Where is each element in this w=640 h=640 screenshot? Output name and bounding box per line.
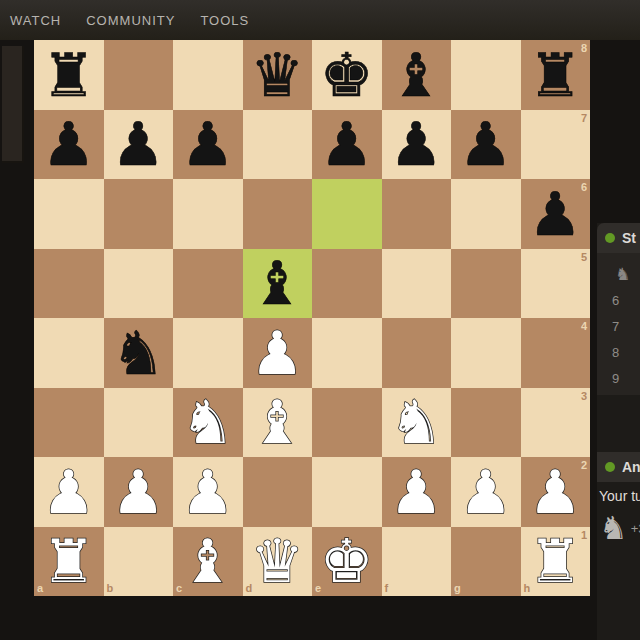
rank-label: 6	[581, 182, 587, 193]
file-label: f	[385, 583, 389, 594]
square-f7[interactable]: ♟	[382, 110, 452, 180]
square-d1[interactable]: ♛d	[243, 527, 313, 597]
square-d2[interactable]	[243, 457, 313, 527]
square-c5[interactable]	[173, 249, 243, 319]
square-g5[interactable]	[451, 249, 521, 319]
file-label: h	[524, 583, 531, 594]
square-d7[interactable]	[243, 110, 313, 180]
square-a6[interactable]	[34, 179, 104, 249]
square-f4[interactable]	[382, 318, 452, 388]
square-f2[interactable]: ♟	[382, 457, 452, 527]
captured-material: ♞ +3	[597, 512, 640, 544]
square-c4[interactable]	[173, 318, 243, 388]
square-c6[interactable]	[173, 179, 243, 249]
square-h5[interactable]: 5	[521, 249, 591, 319]
move-number: 7	[612, 319, 619, 334]
black-rook[interactable]: ♜	[521, 40, 591, 110]
square-f8[interactable]: ♝	[382, 40, 452, 110]
rank-label: 4	[581, 321, 587, 332]
rank-label: 3	[581, 391, 587, 402]
white-knight[interactable]: ♞	[382, 388, 452, 458]
square-h6[interactable]: ♟6	[521, 179, 591, 249]
white-rook[interactable]: ♜	[34, 527, 104, 597]
nav-item-tools[interactable]: TOOLS	[200, 13, 249, 28]
rank-label: 8	[581, 43, 587, 54]
square-c8[interactable]	[173, 40, 243, 110]
square-a1[interactable]: ♜a	[34, 527, 104, 597]
captured-knight-icon: ♞	[599, 512, 628, 544]
move-row[interactable]: 8	[612, 339, 640, 365]
square-c3[interactable]: ♞	[173, 388, 243, 458]
square-g1[interactable]: g	[451, 527, 521, 597]
square-h1[interactable]: ♜1h	[521, 527, 591, 597]
knight-figurine-icon: ♞	[615, 264, 630, 284]
square-e8[interactable]: ♚	[312, 40, 382, 110]
move-number: 8	[612, 345, 619, 360]
black-king[interactable]: ♚	[312, 40, 382, 110]
square-g8[interactable]	[451, 40, 521, 110]
black-pawn[interactable]: ♟	[104, 110, 174, 180]
square-e6[interactable]	[312, 179, 382, 249]
move-number: 6	[612, 293, 619, 308]
turn-text: Your turn	[599, 488, 640, 504]
left-panel-edge	[2, 46, 24, 163]
my-player-name: An	[622, 459, 640, 475]
rank-label: 7	[581, 113, 587, 124]
square-d3[interactable]: ♝	[243, 388, 313, 458]
square-e5[interactable]	[312, 249, 382, 319]
square-b2[interactable]: ♟	[104, 457, 174, 527]
opponent-player-bar[interactable]: St	[597, 223, 640, 253]
black-pawn[interactable]: ♟	[382, 110, 452, 180]
square-b1[interactable]: b	[104, 527, 174, 597]
square-h7[interactable]: 7	[521, 110, 591, 180]
square-h4[interactable]: 4	[521, 318, 591, 388]
black-pawn[interactable]: ♟	[521, 179, 591, 249]
square-a8[interactable]: ♜	[34, 40, 104, 110]
opponent-name: St	[622, 230, 636, 246]
square-e7[interactable]: ♟	[312, 110, 382, 180]
my-player-bar[interactable]: An	[597, 452, 640, 482]
white-rook[interactable]: ♜	[521, 527, 591, 597]
top-navbar: WATCH COMMUNITY TOOLS	[0, 0, 640, 40]
online-status-dot	[605, 233, 615, 243]
square-e2[interactable]	[312, 457, 382, 527]
square-h8[interactable]: ♜8	[521, 40, 591, 110]
white-pawn[interactable]: ♟	[34, 457, 104, 527]
black-knight[interactable]: ♞	[104, 318, 174, 388]
move-row[interactable]: 6	[612, 287, 640, 313]
white-pawn[interactable]: ♟	[243, 318, 313, 388]
move-row[interactable]: 9	[612, 365, 640, 391]
white-pawn[interactable]: ♟	[521, 457, 591, 527]
square-d6[interactable]	[243, 179, 313, 249]
white-knight[interactable]: ♞	[173, 388, 243, 458]
square-d5[interactable]: ♝	[243, 249, 313, 319]
chess-board[interactable]: ♜♛♚♝♜8♟♟♟♟♟♟7♟6♝5♞♟4♞♝♞3♟♟♟♟♟♟2♜ab♝c♛d♚e…	[34, 40, 590, 596]
rank-label: 1	[581, 530, 587, 541]
material-advantage: +3	[631, 521, 640, 536]
square-b5[interactable]	[104, 249, 174, 319]
square-a3[interactable]	[34, 388, 104, 458]
square-a2[interactable]: ♟	[34, 457, 104, 527]
square-c2[interactable]: ♟	[173, 457, 243, 527]
file-label: a	[37, 583, 43, 594]
move-row[interactable]: ♞	[612, 261, 640, 287]
square-g6[interactable]	[451, 179, 521, 249]
square-f6[interactable]	[382, 179, 452, 249]
white-bishop[interactable]: ♝	[173, 527, 243, 597]
white-king[interactable]: ♚	[312, 527, 382, 597]
file-label: e	[315, 583, 321, 594]
square-b4[interactable]: ♞	[104, 318, 174, 388]
move-number: 9	[612, 371, 619, 386]
white-pawn[interactable]: ♟	[104, 457, 174, 527]
square-a7[interactable]: ♟	[34, 110, 104, 180]
rank-label: 2	[581, 460, 587, 471]
black-pawn[interactable]: ♟	[34, 110, 104, 180]
square-e1[interactable]: ♚e	[312, 527, 382, 597]
square-h2[interactable]: ♟2	[521, 457, 591, 527]
file-label: d	[246, 583, 253, 594]
black-pawn[interactable]: ♟	[173, 110, 243, 180]
square-a5[interactable]	[34, 249, 104, 319]
square-g4[interactable]	[451, 318, 521, 388]
black-bishop[interactable]: ♝	[382, 40, 452, 110]
square-g7[interactable]: ♟	[451, 110, 521, 180]
file-label: b	[107, 583, 114, 594]
square-b8[interactable]	[104, 40, 174, 110]
square-e4[interactable]	[312, 318, 382, 388]
square-e3[interactable]	[312, 388, 382, 458]
square-c7[interactable]: ♟	[173, 110, 243, 180]
square-h3[interactable]: 3	[521, 388, 591, 458]
square-f5[interactable]	[382, 249, 452, 319]
move-row[interactable]: 7	[612, 313, 640, 339]
turn-indicator: Your turn	[597, 482, 640, 510]
white-pawn[interactable]: ♟	[173, 457, 243, 527]
black-bishop[interactable]: ♝	[243, 249, 313, 319]
square-a4[interactable]	[34, 318, 104, 388]
file-label: c	[176, 583, 182, 594]
square-b3[interactable]	[104, 388, 174, 458]
black-queen[interactable]: ♛	[243, 40, 313, 110]
square-d4[interactable]: ♟	[243, 318, 313, 388]
move-list[interactable]: ♞ 6 7 8 9	[597, 253, 640, 395]
nav-item-community[interactable]: COMMUNITY	[86, 13, 175, 28]
square-g3[interactable]	[451, 388, 521, 458]
square-b6[interactable]	[104, 179, 174, 249]
black-pawn[interactable]: ♟	[312, 110, 382, 180]
square-g2[interactable]: ♟	[451, 457, 521, 527]
black-pawn[interactable]: ♟	[451, 110, 521, 180]
online-status-dot	[605, 462, 615, 472]
white-queen[interactable]: ♛	[243, 527, 313, 597]
file-label: g	[454, 583, 461, 594]
square-f3[interactable]: ♞	[382, 388, 452, 458]
game-sidebar: St ♞ 6 7 8 9 An Your turn ♞ +3	[597, 223, 640, 640]
square-c1[interactable]: ♝c	[173, 527, 243, 597]
black-rook[interactable]: ♜	[34, 40, 104, 110]
white-bishop[interactable]: ♝	[243, 388, 313, 458]
square-b7[interactable]: ♟	[104, 110, 174, 180]
nav-item-watch[interactable]: WATCH	[10, 13, 61, 28]
sidebar-gap	[597, 395, 640, 452]
rank-label: 5	[581, 252, 587, 263]
white-pawn[interactable]: ♟	[451, 457, 521, 527]
square-f1[interactable]: f	[382, 527, 452, 597]
white-pawn[interactable]: ♟	[382, 457, 452, 527]
square-d8[interactable]: ♛	[243, 40, 313, 110]
